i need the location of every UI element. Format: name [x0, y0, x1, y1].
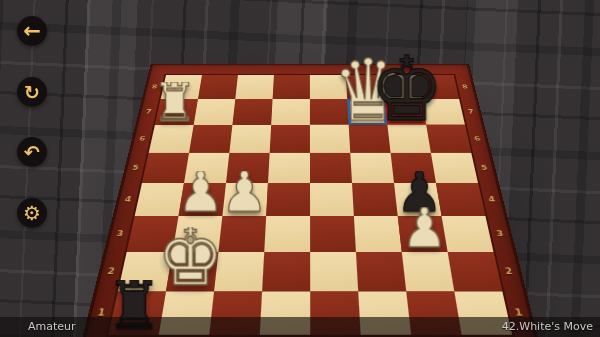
square-e6[interactable]: [310, 125, 350, 153]
square-b8[interactable]: [198, 75, 238, 99]
white-pawn-g3[interactable]: ♟: [402, 207, 448, 250]
square-c4[interactable]: ♟: [222, 183, 268, 216]
square-a7[interactable]: ♜: [155, 99, 198, 125]
square-e3[interactable]: [310, 216, 356, 252]
square-b2[interactable]: ♚: [166, 252, 218, 291]
undo-move-button[interactable]: ↶: [17, 137, 47, 167]
move-indicator: 42.White's Move: [502, 317, 593, 337]
square-d7[interactable]: [271, 99, 310, 125]
square-d3[interactable]: [264, 216, 310, 252]
square-e5[interactable]: [310, 153, 352, 183]
chess-app-screen: ♜♛♚♟♟♟♟♚♜ ABCDEFGH8877665544332211 ← ↻ ↶…: [0, 0, 600, 337]
back-button[interactable]: ←: [17, 16, 47, 46]
rotate-board-button[interactable]: ↻: [17, 77, 47, 107]
square-h6[interactable]: [426, 125, 471, 153]
board-area: ♜♛♚♟♟♟♟♚♜ ABCDEFGH8877665544332211: [0, 0, 600, 337]
square-f6[interactable]: [349, 125, 391, 153]
undo-icon: ↶: [24, 143, 40, 162]
rotate-icon: ↻: [24, 83, 40, 102]
square-f5[interactable]: [350, 153, 394, 183]
square-f3[interactable]: [354, 216, 402, 252]
square-c3[interactable]: [218, 216, 266, 252]
square-a6[interactable]: [149, 125, 194, 153]
square-c8[interactable]: [235, 75, 274, 99]
settings-button[interactable]: ⚙: [17, 198, 47, 228]
square-c6[interactable]: [229, 125, 271, 153]
square-g6[interactable]: [387, 125, 430, 153]
difficulty-label: Amateur: [28, 317, 76, 337]
status-bar: Amateur 42.White's Move: [0, 317, 600, 337]
square-d8[interactable]: [273, 75, 310, 99]
white-pawn-b4[interactable]: ♟: [177, 171, 224, 215]
square-e2[interactable]: [310, 252, 358, 291]
black-king-g7[interactable]: ♚: [369, 54, 443, 124]
square-f2[interactable]: [356, 252, 406, 291]
square-c7[interactable]: [232, 99, 272, 125]
square-b6[interactable]: [189, 125, 232, 153]
square-e4[interactable]: [310, 183, 354, 216]
square-d6[interactable]: [270, 125, 310, 153]
square-h2[interactable]: [448, 252, 503, 291]
chess-board: ♜♛♚♟♟♟♟♚♜ ABCDEFGH8877665544332211: [77, 64, 543, 337]
back-arrow-icon: ←: [23, 21, 41, 42]
square-g7[interactable]: ♚: [384, 99, 426, 125]
square-b7[interactable]: [194, 99, 236, 125]
square-d5[interactable]: [268, 153, 310, 183]
square-h3[interactable]: [442, 216, 494, 252]
square-d2[interactable]: [262, 252, 310, 291]
square-g2[interactable]: [402, 252, 455, 291]
white-pawn-c4[interactable]: ♟: [221, 171, 268, 215]
square-f4[interactable]: [352, 183, 398, 216]
square-g3[interactable]: ♟: [398, 216, 448, 252]
square-d4[interactable]: [266, 183, 310, 216]
white-king-b2[interactable]: ♚: [157, 227, 224, 289]
gear-icon: ⚙: [23, 203, 41, 223]
board-squares: ♜♛♚♟♟♟♟♚♜: [108, 75, 512, 335]
board-3d-scene: ♜♛♚♟♟♟♟♚♜ ABCDEFGH8877665544332211: [0, 0, 600, 337]
